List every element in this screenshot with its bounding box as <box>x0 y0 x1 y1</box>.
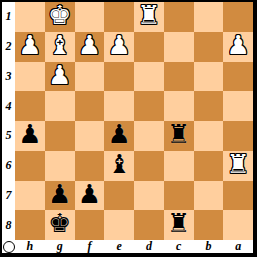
square-f3 <box>75 62 105 92</box>
square-b6 <box>194 151 224 181</box>
square-d2 <box>134 32 164 62</box>
square-g6 <box>45 151 75 181</box>
square-a2: ♟ <box>223 32 253 62</box>
square-f7: ♟ <box>75 181 105 211</box>
white-rook-piece: ♜ <box>137 2 160 31</box>
square-c8: ♜ <box>164 210 194 240</box>
square-a7 <box>223 181 253 211</box>
white-rook-piece: ♜ <box>226 151 249 180</box>
square-c6 <box>164 151 194 181</box>
square-f6 <box>75 151 105 181</box>
black-bishop-piece: ♝ <box>107 151 130 180</box>
rank-label-4: 4 <box>2 91 15 121</box>
file-label-f: f <box>75 240 105 253</box>
rank-label-8: 8 <box>2 210 15 240</box>
square-a5 <box>223 121 253 151</box>
square-a4 <box>223 91 253 121</box>
white-pawn-piece: ♟ <box>107 32 130 61</box>
black-pawn-piece: ♟ <box>78 181 101 210</box>
white-pawn-piece: ♟ <box>226 32 249 61</box>
square-h2: ♟ <box>15 32 45 62</box>
square-e7 <box>104 181 134 211</box>
white-pawn-piece: ♟ <box>78 32 101 61</box>
square-a8 <box>223 210 253 240</box>
square-g1: ♚ <box>45 2 75 32</box>
square-b7 <box>194 181 224 211</box>
square-h7 <box>15 181 45 211</box>
move-indicator-box <box>2 240 15 253</box>
square-c2 <box>164 32 194 62</box>
square-e1 <box>104 2 134 32</box>
square-c3 <box>164 62 194 92</box>
file-label-b: b <box>194 240 224 253</box>
square-e5: ♟ <box>104 121 134 151</box>
square-d1: ♜ <box>134 2 164 32</box>
chess-board: ♚♜♟♝♟♟♟♟♟♟♜♝♜♟♟♚♜ <box>15 2 253 240</box>
square-f4 <box>75 91 105 121</box>
black-pawn-piece: ♟ <box>107 121 130 150</box>
file-label-c: c <box>164 240 194 253</box>
white-to-move-indicator <box>3 241 15 253</box>
white-king-piece: ♚ <box>48 2 71 31</box>
square-b8 <box>194 210 224 240</box>
rank-label-3: 3 <box>2 62 15 92</box>
diagram-panel: 12345678 ♚♜♟♝♟♟♟♟♟♟♜♝♜♟♟♚♜ hgfedcba <box>2 2 253 253</box>
square-e3 <box>104 62 134 92</box>
square-f1 <box>75 2 105 32</box>
square-d5 <box>134 121 164 151</box>
square-d7 <box>134 181 164 211</box>
square-h3 <box>15 62 45 92</box>
square-b3 <box>194 62 224 92</box>
black-rook-piece: ♜ <box>167 210 190 239</box>
square-c7 <box>164 181 194 211</box>
rank-label-1: 1 <box>2 2 15 32</box>
square-g7: ♟ <box>45 181 75 211</box>
white-bishop-piece: ♝ <box>48 32 71 61</box>
square-f5 <box>75 121 105 151</box>
square-a3 <box>223 62 253 92</box>
square-c4 <box>164 91 194 121</box>
rank-label-6: 6 <box>2 151 15 181</box>
square-d6 <box>134 151 164 181</box>
chess-diagram-frame: 12345678 ♚♜♟♝♟♟♟♟♟♟♜♝♜♟♟♚♜ hgfedcba <box>0 0 257 257</box>
square-g2: ♝ <box>45 32 75 62</box>
rank-labels-column: 12345678 <box>2 2 15 240</box>
square-h1 <box>15 2 45 32</box>
square-d4 <box>134 91 164 121</box>
black-pawn-piece: ♟ <box>18 121 41 150</box>
square-e8 <box>104 210 134 240</box>
file-label-g: g <box>45 240 75 253</box>
square-h8 <box>15 210 45 240</box>
rank-label-7: 7 <box>2 181 15 211</box>
square-h5: ♟ <box>15 121 45 151</box>
square-b1 <box>194 2 224 32</box>
square-e2: ♟ <box>104 32 134 62</box>
square-a1 <box>223 2 253 32</box>
rank-label-5: 5 <box>2 121 15 151</box>
square-g5 <box>45 121 75 151</box>
square-c1 <box>164 2 194 32</box>
square-a6: ♜ <box>223 151 253 181</box>
black-rook-piece: ♜ <box>167 121 190 150</box>
square-e6: ♝ <box>104 151 134 181</box>
square-b4 <box>194 91 224 121</box>
rank-label-2: 2 <box>2 32 15 62</box>
file-label-d: d <box>134 240 164 253</box>
square-f8 <box>75 210 105 240</box>
square-d3 <box>134 62 164 92</box>
square-b2 <box>194 32 224 62</box>
file-label-a: a <box>223 240 253 253</box>
file-label-e: e <box>104 240 134 253</box>
file-label-h: h <box>15 240 45 253</box>
square-b5 <box>194 121 224 151</box>
square-h4 <box>15 91 45 121</box>
square-e4 <box>104 91 134 121</box>
black-king-piece: ♚ <box>48 210 71 239</box>
square-f2: ♟ <box>75 32 105 62</box>
square-d8 <box>134 210 164 240</box>
square-c5: ♜ <box>164 121 194 151</box>
white-pawn-piece: ♟ <box>18 32 41 61</box>
square-h6 <box>15 151 45 181</box>
white-pawn-piece: ♟ <box>48 62 71 91</box>
black-pawn-piece: ♟ <box>48 181 71 210</box>
square-g4 <box>45 91 75 121</box>
square-g3: ♟ <box>45 62 75 92</box>
file-labels-row: hgfedcba <box>15 240 253 253</box>
square-g8: ♚ <box>45 210 75 240</box>
